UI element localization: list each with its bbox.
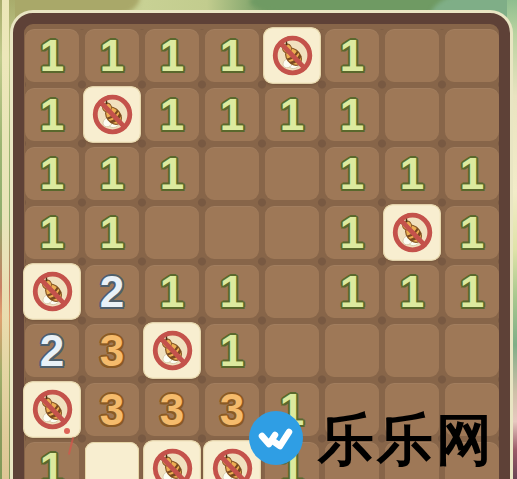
cell-opened-empty[interactable] [85,442,139,479]
cell-number-1[interactable]: 1 [385,265,439,318]
cell-number-1[interactable]: 1 [85,206,139,259]
no-bee-flag-icon [387,207,437,257]
cell-flagged[interactable] [263,27,321,84]
background-left-cream-line [2,0,9,479]
cell-number-1[interactable]: 1 [85,29,139,82]
cell-flagged[interactable] [383,204,441,261]
cell-number-1[interactable]: 1 [85,147,139,200]
cell-unopened[interactable] [445,324,499,377]
cell-flagged[interactable] [23,381,81,438]
no-bee-flag-icon [147,443,197,479]
wave-check-icon [254,416,298,460]
cell-unopened[interactable] [145,206,199,259]
cell-number-1[interactable]: 1 [325,147,379,200]
cell-unopened[interactable] [205,206,259,259]
cell-flagged[interactable] [23,263,81,320]
cell-number-1[interactable]: 1 [445,206,499,259]
cell-unopened[interactable] [385,324,439,377]
no-bee-flag-icon [27,266,77,316]
no-bee-flag-icon [147,325,197,375]
cell-number-1[interactable]: 1 [205,265,259,318]
no-bee-flag-icon [27,384,77,434]
cell-number-1[interactable]: 1 [385,147,439,200]
cell-number-1[interactable]: 1 [325,29,379,82]
cell-unopened[interactable] [445,88,499,141]
cell-unopened[interactable] [445,29,499,82]
no-bee-flag-icon [267,30,317,80]
cell-number-3[interactable]: 3 [145,383,199,436]
cell-number-1[interactable]: 1 [205,88,259,141]
cell-number-1[interactable]: 1 [205,324,259,377]
cell-number-1[interactable]: 1 [145,147,199,200]
cell-number-1[interactable]: 1 [145,265,199,318]
no-bee-flag-icon [87,89,137,139]
cell-number-1[interactable]: 1 [145,88,199,141]
cell-number-2[interactable]: 2 [85,265,139,318]
cell-number-1[interactable]: 1 [25,206,79,259]
cell-number-1[interactable]: 1 [325,265,379,318]
cell-unopened[interactable] [205,147,259,200]
cell-number-1[interactable]: 1 [145,29,199,82]
cell-unopened[interactable] [385,88,439,141]
cell-number-3[interactable]: 3 [85,324,139,377]
cell-number-1[interactable]: 1 [445,147,499,200]
cell-unopened[interactable] [325,324,379,377]
cell-unopened[interactable] [265,147,319,200]
cell-number-2[interactable]: 2 [25,324,79,377]
cell-number-1[interactable]: 1 [265,88,319,141]
cell-number-1[interactable]: 1 [325,88,379,141]
cell-unopened[interactable] [265,265,319,318]
cell-number-1[interactable]: 1 [325,206,379,259]
cell-unopened[interactable] [265,324,319,377]
cell-number-3[interactable]: 3 [85,383,139,436]
cell-number-1[interactable]: 1 [25,29,79,82]
cell-number-1[interactable]: 1 [445,265,499,318]
cell-unopened[interactable] [385,29,439,82]
watermark-text: 乐乐网 [318,412,495,468]
no-bee-flag-icon [207,443,257,479]
cell-number-1[interactable]: 1 [25,88,79,141]
cell-flagged[interactable] [83,86,141,143]
lele-wave-logo [249,411,303,465]
cell-flagged[interactable] [143,322,201,379]
cell-flagged[interactable] [143,440,201,479]
sparkle-particle-dot [64,428,70,434]
cell-number-1[interactable]: 1 [205,29,259,82]
cell-unopened[interactable] [265,206,319,259]
cell-number-1[interactable]: 1 [25,147,79,200]
